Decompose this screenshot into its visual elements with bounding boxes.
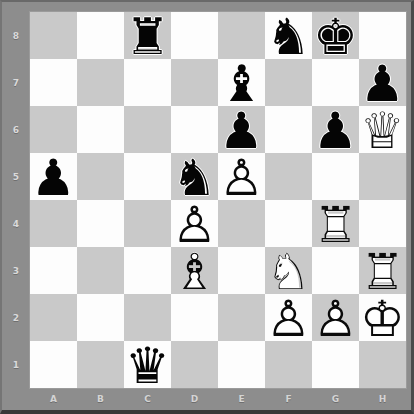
black-pawn-e6[interactable]: ♟ [218,106,265,153]
square-h1[interactable] [359,341,406,388]
square-b1[interactable] [77,341,124,388]
rank-labels: 87654321 [2,12,30,388]
square-b5[interactable] [77,153,124,200]
square-g2[interactable]: ♟♙ [312,294,359,341]
white-queen-h6[interactable]: ♛♕ [359,106,406,153]
white-pawn-d4[interactable]: ♟♙ [171,200,218,247]
rank-label-1: 1 [2,341,30,388]
white-piece-outline: ♔ [359,294,406,341]
square-a4[interactable] [30,200,77,247]
file-label-b: B [77,388,124,410]
chessboard: ♜♞♚♝♟♟♟♛♕♟♞♟♙♟♙♜♖♝♗♞♘♜♖♟♙♟♙♚♔♛ [30,12,406,388]
square-c8[interactable]: ♜ [124,12,171,59]
white-piece-outline: ♙ [312,294,359,341]
square-c3[interactable] [124,247,171,294]
square-f1[interactable] [265,341,312,388]
file-label-e: E [218,388,265,410]
black-knight-f8[interactable]: ♞ [265,12,312,59]
square-d6[interactable] [171,106,218,153]
square-b3[interactable] [77,247,124,294]
rank-label-3: 3 [2,247,30,294]
white-piece-outline: ♖ [359,247,406,294]
white-pawn-f2[interactable]: ♟♙ [265,294,312,341]
chessboard-frame: ♜♞♚♝♟♟♟♛♕♟♞♟♙♟♙♜♖♝♗♞♘♜♖♟♙♟♙♚♔♛ 87654321 … [0,0,414,414]
square-h4[interactable] [359,200,406,247]
white-piece-outline: ♖ [312,200,359,247]
black-pawn-g6[interactable]: ♟ [312,106,359,153]
black-queen-c1[interactable]: ♛ [124,341,171,388]
white-pawn-g2[interactable]: ♟♙ [312,294,359,341]
square-f7[interactable] [265,59,312,106]
file-labels: ABCDEFGH [30,388,406,410]
square-a1[interactable] [30,341,77,388]
rank-label-8: 8 [2,12,30,59]
black-bishop-e7[interactable]: ♝ [218,59,265,106]
square-f6[interactable] [265,106,312,153]
square-e4[interactable] [218,200,265,247]
square-d5[interactable]: ♞ [171,153,218,200]
square-g3[interactable] [312,247,359,294]
white-piece-outline: ♘ [265,247,312,294]
white-king-h2[interactable]: ♚♔ [359,294,406,341]
square-b8[interactable] [77,12,124,59]
square-h8[interactable] [359,12,406,59]
square-g6[interactable]: ♟ [312,106,359,153]
file-label-d: D [171,388,218,410]
square-e3[interactable] [218,247,265,294]
square-g5[interactable] [312,153,359,200]
square-f5[interactable] [265,153,312,200]
square-f2[interactable]: ♟♙ [265,294,312,341]
white-piece-outline: ♗ [171,247,218,294]
square-a2[interactable] [30,294,77,341]
square-d4[interactable]: ♟♙ [171,200,218,247]
square-d8[interactable] [171,12,218,59]
square-g8[interactable]: ♚ [312,12,359,59]
square-f3[interactable]: ♞♘ [265,247,312,294]
white-piece-outline: ♙ [171,200,218,247]
file-label-c: C [124,388,171,410]
square-b7[interactable] [77,59,124,106]
white-knight-f3[interactable]: ♞♘ [265,247,312,294]
square-h3[interactable]: ♜♖ [359,247,406,294]
square-b2[interactable] [77,294,124,341]
square-c2[interactable] [124,294,171,341]
square-e1[interactable] [218,341,265,388]
square-g7[interactable] [312,59,359,106]
square-e5[interactable]: ♟♙ [218,153,265,200]
square-a6[interactable] [30,106,77,153]
square-h5[interactable] [359,153,406,200]
rank-label-7: 7 [2,59,30,106]
square-d2[interactable] [171,294,218,341]
square-c7[interactable] [124,59,171,106]
square-f4[interactable] [265,200,312,247]
square-e2[interactable] [218,294,265,341]
black-king-g8[interactable]: ♚ [312,12,359,59]
square-e8[interactable] [218,12,265,59]
square-b6[interactable] [77,106,124,153]
square-f8[interactable]: ♞ [265,12,312,59]
white-bishop-d3[interactable]: ♝♗ [171,247,218,294]
square-a7[interactable] [30,59,77,106]
square-d3[interactable]: ♝♗ [171,247,218,294]
chess-diagram: ♜♞♚♝♟♟♟♛♕♟♞♟♙♟♙♜♖♝♗♞♘♜♖♟♙♟♙♚♔♛ 87654321 … [0,0,414,414]
square-a5[interactable]: ♟ [30,153,77,200]
white-rook-h3[interactable]: ♜♖ [359,247,406,294]
square-c6[interactable] [124,106,171,153]
square-b4[interactable] [77,200,124,247]
square-h7[interactable]: ♟ [359,59,406,106]
square-g1[interactable] [312,341,359,388]
white-piece-outline: ♕ [359,106,406,153]
square-h6[interactable]: ♛♕ [359,106,406,153]
rank-label-6: 6 [2,106,30,153]
square-h2[interactable]: ♚♔ [359,294,406,341]
file-label-a: A [30,388,77,410]
file-label-h: H [359,388,406,410]
black-rook-c8[interactable]: ♜ [124,12,171,59]
rank-label-4: 4 [2,200,30,247]
white-rook-g4[interactable]: ♜♖ [312,200,359,247]
file-label-f: F [265,388,312,410]
square-d7[interactable] [171,59,218,106]
square-c1[interactable]: ♛ [124,341,171,388]
square-a3[interactable] [30,247,77,294]
black-pawn-a5[interactable]: ♟ [30,153,77,200]
white-piece-outline: ♙ [218,153,265,200]
square-e6[interactable]: ♟ [218,106,265,153]
white-pawn-e5[interactable]: ♟♙ [218,153,265,200]
square-c5[interactable] [124,153,171,200]
square-a8[interactable] [30,12,77,59]
black-knight-d5[interactable]: ♞ [171,153,218,200]
square-e7[interactable]: ♝ [218,59,265,106]
rank-label-2: 2 [2,294,30,341]
square-d1[interactable] [171,341,218,388]
white-piece-outline: ♙ [265,294,312,341]
file-label-g: G [312,388,359,410]
square-c4[interactable] [124,200,171,247]
rank-label-5: 5 [2,153,30,200]
black-pawn-h7[interactable]: ♟ [359,59,406,106]
square-g4[interactable]: ♜♖ [312,200,359,247]
